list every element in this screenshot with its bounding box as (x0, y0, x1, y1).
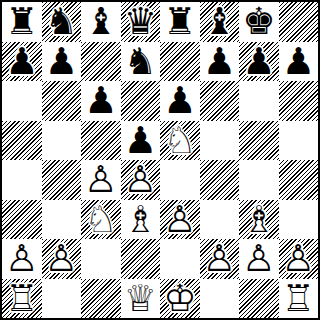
piece-outline-layer: ♘ (160, 121, 200, 161)
piece-black-pawn[interactable]: ♟ (160, 81, 200, 121)
square-a4[interactable] (2, 160, 42, 200)
square-e4[interactable] (160, 160, 200, 200)
piece-outline-layer: ♙ (81, 160, 121, 200)
piece-white-pawn[interactable]: ♟♙ (239, 239, 279, 279)
piece-white-knight[interactable]: ♞♘ (81, 200, 121, 240)
square-b7[interactable]: ♟ (42, 42, 82, 82)
piece-outline-layer: ♕ (121, 279, 161, 319)
square-f2[interactable]: ♟♙ (200, 239, 240, 279)
piece-outline-layer: ♖ (279, 279, 319, 319)
square-d4[interactable]: ♟♙ (121, 160, 161, 200)
piece-outline-layer: ♙ (200, 239, 240, 279)
square-b8[interactable]: ♞ (42, 2, 82, 42)
square-b3[interactable] (42, 200, 82, 240)
square-f6[interactable] (200, 81, 240, 121)
piece-fill-layer: ♞ (160, 121, 200, 161)
piece-black-rook[interactable]: ♜ (160, 2, 200, 42)
square-d5[interactable]: ♟ (121, 121, 161, 161)
square-g3[interactable]: ♝♗ (239, 200, 279, 240)
square-d6[interactable] (121, 81, 161, 121)
piece-fill-layer: ♟ (239, 239, 279, 279)
square-c7[interactable] (81, 42, 121, 82)
square-a3[interactable] (2, 200, 42, 240)
piece-fill-layer: ♟ (42, 239, 82, 279)
square-g8[interactable]: ♚ (239, 2, 279, 42)
square-c3[interactable]: ♞♘ (81, 200, 121, 240)
square-e1[interactable]: ♚♔ (160, 279, 200, 319)
piece-white-queen[interactable]: ♛♕ (121, 279, 161, 319)
square-f4[interactable] (200, 160, 240, 200)
piece-black-pawn[interactable]: ♟ (81, 81, 121, 121)
square-d1[interactable]: ♛♕ (121, 279, 161, 319)
square-e7[interactable] (160, 42, 200, 82)
square-d2[interactable] (121, 239, 161, 279)
piece-outline-layer: ♘ (81, 200, 121, 240)
piece-fill-layer: ♛ (121, 279, 161, 319)
piece-black-queen[interactable]: ♛ (121, 2, 161, 42)
chess-board: ♜♞♝♛♜♝♚♟♟♞♟♟♟♟♟♟♞♘♟♙♟♙♞♘♝♗♟♙♝♗♟♙♟♙♟♙♟♙♟♙… (0, 0, 320, 320)
square-e8[interactable]: ♜ (160, 2, 200, 42)
square-e5[interactable]: ♞♘ (160, 121, 200, 161)
square-b2[interactable]: ♟♙ (42, 239, 82, 279)
square-g7[interactable]: ♟ (239, 42, 279, 82)
square-c6[interactable]: ♟ (81, 81, 121, 121)
piece-fill-layer: ♟ (160, 200, 200, 240)
piece-outline-layer: ♗ (239, 200, 279, 240)
square-b6[interactable] (42, 81, 82, 121)
square-h8[interactable] (279, 2, 319, 42)
piece-white-pawn[interactable]: ♟♙ (121, 160, 161, 200)
square-e6[interactable]: ♟ (160, 81, 200, 121)
piece-white-pawn[interactable]: ♟♙ (200, 239, 240, 279)
square-b4[interactable] (42, 160, 82, 200)
square-b1[interactable] (42, 279, 82, 319)
piece-white-bishop[interactable]: ♝♗ (121, 200, 161, 240)
square-g5[interactable] (239, 121, 279, 161)
square-d3[interactable]: ♝♗ (121, 200, 161, 240)
square-h1[interactable]: ♜♖ (279, 279, 319, 319)
square-f7[interactable]: ♟ (200, 42, 240, 82)
piece-fill-layer: ♟ (121, 160, 161, 200)
piece-fill-layer: ♟ (2, 239, 42, 279)
square-b5[interactable] (42, 121, 82, 161)
square-f3[interactable] (200, 200, 240, 240)
piece-black-pawn[interactable]: ♟ (279, 42, 319, 82)
piece-fill-layer: ♝ (121, 200, 161, 240)
square-a1[interactable]: ♜♖ (2, 279, 42, 319)
square-a2[interactable]: ♟♙ (2, 239, 42, 279)
piece-white-rook[interactable]: ♜♖ (279, 279, 319, 319)
square-a6[interactable] (2, 81, 42, 121)
piece-white-knight[interactable]: ♞♘ (160, 121, 200, 161)
piece-black-pawn[interactable]: ♟ (200, 42, 240, 82)
square-h6[interactable] (279, 81, 319, 121)
square-c5[interactable] (81, 121, 121, 161)
piece-black-knight[interactable]: ♞ (42, 2, 82, 42)
piece-black-pawn[interactable]: ♟ (121, 121, 161, 161)
square-f1[interactable] (200, 279, 240, 319)
square-d8[interactable]: ♛ (121, 2, 161, 42)
square-h3[interactable] (279, 200, 319, 240)
piece-outline-layer: ♙ (279, 239, 319, 279)
piece-outline-layer: ♗ (121, 200, 161, 240)
square-c1[interactable] (81, 279, 121, 319)
piece-white-king[interactable]: ♚♔ (160, 279, 200, 319)
piece-outline-layer: ♙ (42, 239, 82, 279)
square-h2[interactable]: ♟♙ (279, 239, 319, 279)
piece-outline-layer: ♙ (2, 239, 42, 279)
square-g2[interactable]: ♟♙ (239, 239, 279, 279)
piece-black-pawn[interactable]: ♟ (42, 42, 82, 82)
piece-fill-layer: ♝ (239, 200, 279, 240)
piece-black-knight[interactable]: ♞ (121, 42, 161, 82)
square-g6[interactable] (239, 81, 279, 121)
piece-fill-layer: ♟ (200, 239, 240, 279)
square-h7[interactable]: ♟ (279, 42, 319, 82)
piece-outline-layer: ♙ (121, 160, 161, 200)
square-d7[interactable]: ♞ (121, 42, 161, 82)
square-h5[interactable] (279, 121, 319, 161)
square-e3[interactable]: ♟♙ (160, 200, 200, 240)
piece-black-pawn[interactable]: ♟ (2, 42, 42, 82)
piece-fill-layer: ♞ (81, 200, 121, 240)
square-c2[interactable] (81, 239, 121, 279)
square-a8[interactable]: ♜ (2, 2, 42, 42)
piece-fill-layer: ♜ (2, 279, 42, 319)
square-a7[interactable]: ♟ (2, 42, 42, 82)
piece-outline-layer: ♔ (160, 279, 200, 319)
piece-white-rook[interactable]: ♜♖ (2, 279, 42, 319)
square-f8[interactable]: ♝ (200, 2, 240, 42)
piece-outline-layer: ♙ (239, 239, 279, 279)
piece-outline-layer: ♙ (160, 200, 200, 240)
piece-outline-layer: ♖ (2, 279, 42, 319)
square-g1[interactable] (239, 279, 279, 319)
piece-white-pawn[interactable]: ♟♙ (81, 160, 121, 200)
piece-fill-layer: ♟ (81, 160, 121, 200)
piece-black-bishop[interactable]: ♝ (81, 2, 121, 42)
piece-fill-layer: ♜ (279, 279, 319, 319)
piece-black-bishop[interactable]: ♝ (200, 2, 240, 42)
square-a5[interactable] (2, 121, 42, 161)
piece-white-pawn[interactable]: ♟♙ (42, 239, 82, 279)
square-c8[interactable]: ♝ (81, 2, 121, 42)
piece-black-rook[interactable]: ♜ (2, 2, 42, 42)
piece-fill-layer: ♚ (160, 279, 200, 319)
piece-white-bishop[interactable]: ♝♗ (239, 200, 279, 240)
piece-white-pawn[interactable]: ♟♙ (160, 200, 200, 240)
piece-black-king[interactable]: ♚ (239, 2, 279, 42)
piece-fill-layer: ♟ (279, 239, 319, 279)
square-g4[interactable] (239, 160, 279, 200)
square-e2[interactable] (160, 239, 200, 279)
square-f5[interactable] (200, 121, 240, 161)
piece-black-pawn[interactable]: ♟ (239, 42, 279, 82)
square-c4[interactable]: ♟♙ (81, 160, 121, 200)
piece-white-pawn[interactable]: ♟♙ (2, 239, 42, 279)
square-h4[interactable] (279, 160, 319, 200)
piece-white-pawn[interactable]: ♟♙ (279, 239, 319, 279)
